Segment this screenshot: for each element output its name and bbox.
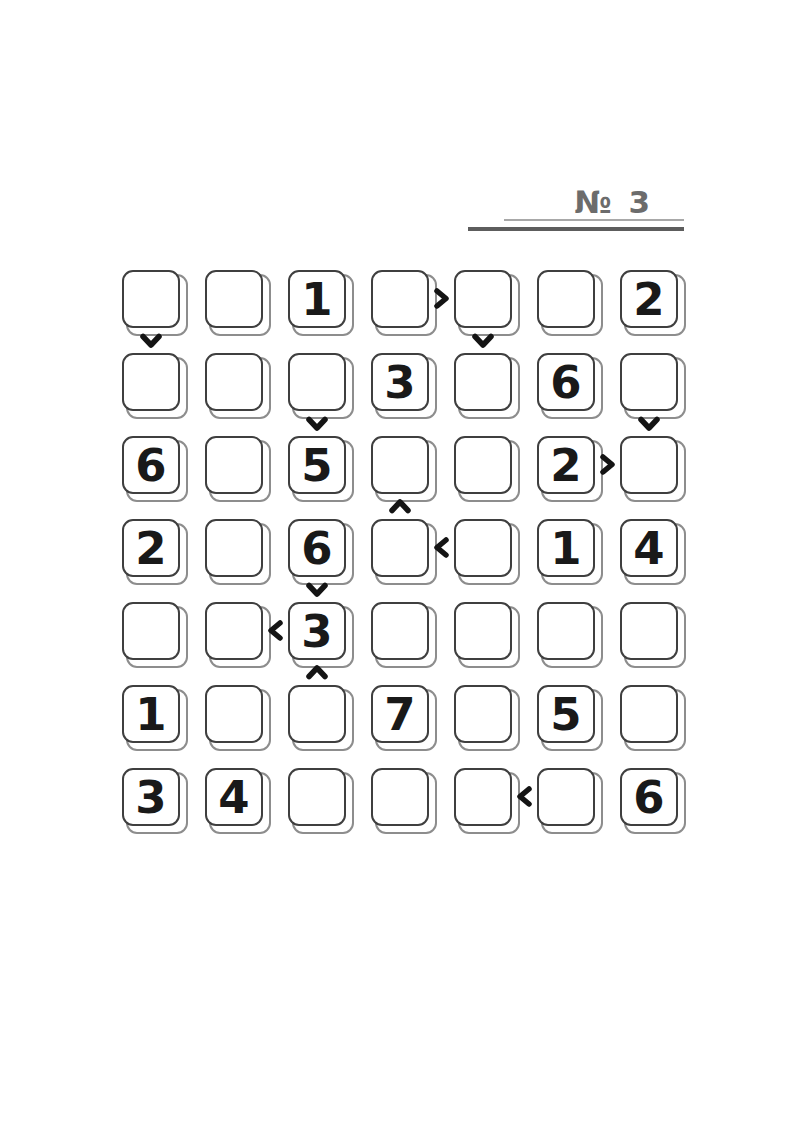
cell-r3c6: 2 (537, 436, 595, 494)
cell-r4c5[interactable] (454, 519, 512, 577)
inequality-r1c5-r2c5-icon (470, 328, 496, 354)
cell-r4c2[interactable] (205, 519, 263, 577)
cell-r6c2[interactable] (205, 685, 263, 743)
cell-r6c7[interactable] (620, 685, 678, 743)
inequality-r2c7-r3c7-icon (636, 411, 662, 437)
cell-r4c4[interactable] (371, 519, 429, 577)
cell-r1c5[interactable] (454, 270, 512, 328)
inequality-r5c3-r6c3-icon (304, 660, 330, 686)
cell-r6c4: 7 (371, 685, 429, 743)
cell-r4c6: 1 (537, 519, 595, 577)
cell-r3c2[interactable] (205, 436, 263, 494)
cell-r6c6: 5 (537, 685, 595, 743)
header-rule (468, 227, 684, 231)
inequality-r4c3-r5c3-icon (304, 577, 330, 603)
cell-r3c5[interactable] (454, 436, 512, 494)
cell-r5c7[interactable] (620, 602, 678, 660)
cell-r1c2[interactable] (205, 270, 263, 328)
cell-r2c2[interactable] (205, 353, 263, 411)
header-underline (504, 219, 684, 221)
puzzle-number-label: № 3 (574, 184, 653, 220)
cell-r1c1[interactable] (122, 270, 180, 328)
cell-r5c3: 3 (288, 602, 346, 660)
cell-r4c7: 4 (620, 519, 678, 577)
cell-r5c4[interactable] (371, 602, 429, 660)
cell-r2c3[interactable] (288, 353, 346, 411)
cell-r6c5[interactable] (454, 685, 512, 743)
inequality-r5c2-r5c3-icon (263, 618, 289, 644)
cell-r6c1: 1 (122, 685, 180, 743)
cell-r4c3: 6 (288, 519, 346, 577)
cell-r3c4[interactable] (371, 436, 429, 494)
cell-r7c3[interactable] (288, 768, 346, 826)
cell-r1c6[interactable] (537, 270, 595, 328)
cell-r1c4[interactable] (371, 270, 429, 328)
cell-r5c6[interactable] (537, 602, 595, 660)
cell-r6c3[interactable] (288, 685, 346, 743)
cell-r7c7: 6 (620, 768, 678, 826)
cell-r2c1[interactable] (122, 353, 180, 411)
cell-r5c2[interactable] (205, 602, 263, 660)
futoshiki-board: 123665226143175346 (122, 270, 678, 826)
inequality-r7c5-r7c6-icon (512, 784, 538, 810)
cell-r2c4: 3 (371, 353, 429, 411)
cell-r7c1: 3 (122, 768, 180, 826)
cell-r1c3: 1 (288, 270, 346, 328)
cell-r3c7[interactable] (620, 436, 678, 494)
cell-r2c7[interactable] (620, 353, 678, 411)
worksheet-page: № 3 123665226143175346 (0, 0, 800, 1132)
inequality-r3c6-r3c7-icon (595, 452, 621, 478)
cell-r2c5[interactable] (454, 353, 512, 411)
cell-r7c6[interactable] (537, 768, 595, 826)
cell-r7c4[interactable] (371, 768, 429, 826)
cell-r4c1: 2 (122, 519, 180, 577)
cell-r5c5[interactable] (454, 602, 512, 660)
inequality-r2c3-r3c3-icon (304, 411, 330, 437)
cell-r7c2: 4 (205, 768, 263, 826)
inequality-r1c4-r1c5-icon (429, 286, 455, 312)
inequality-r3c4-r4c4-icon (387, 494, 413, 520)
cell-r1c7: 2 (620, 270, 678, 328)
inequality-r1c1-r2c1-icon (138, 328, 164, 354)
cell-r5c1[interactable] (122, 602, 180, 660)
cell-r7c5[interactable] (454, 768, 512, 826)
cell-r2c6: 6 (537, 353, 595, 411)
cell-r3c3: 5 (288, 436, 346, 494)
inequality-r4c4-r4c5-icon (429, 535, 455, 561)
cell-r3c1: 6 (122, 436, 180, 494)
